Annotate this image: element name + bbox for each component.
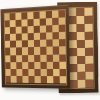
square-r1c8: [68, 7, 76, 15]
square-r10c10: [59, 76, 66, 83]
square-r5c9: [77, 39, 85, 47]
square-r10c10: [85, 79, 93, 87]
square-r4c10: [84, 31, 92, 39]
square-r2c10: [84, 15, 92, 23]
square-r9c8: [69, 71, 77, 79]
square-r8c9: [77, 63, 85, 71]
square-r3c8: [68, 23, 76, 31]
square-r8c10: [85, 63, 93, 71]
square-r7c10: [59, 54, 66, 61]
front-board: [0, 5, 70, 89]
square-r2c9: [76, 15, 84, 23]
square-r4c9: [76, 31, 84, 39]
square-r10c8: [69, 79, 77, 87]
square-r3c10: [84, 23, 92, 31]
product-photo-scene: [0, 0, 100, 100]
square-r1c10: [84, 7, 92, 15]
square-r10c9: [77, 79, 85, 87]
front-board-playfield: [4, 10, 66, 84]
square-r9c9: [77, 71, 85, 79]
square-r5c8: [69, 39, 77, 47]
square-r8c10: [59, 62, 66, 69]
square-r1c9: [76, 7, 84, 15]
square-r6c10: [59, 47, 66, 55]
square-r6c8: [69, 47, 77, 55]
square-r2c8: [68, 15, 76, 23]
square-r9c10: [59, 69, 66, 76]
square-r3c9: [76, 23, 84, 31]
square-r5c10: [84, 39, 92, 47]
square-r6c9: [77, 47, 85, 55]
square-r6c10: [85, 47, 93, 55]
square-r7c8: [69, 55, 77, 63]
square-r4c8: [69, 31, 77, 39]
square-r8c8: [69, 63, 77, 71]
square-r9c10: [85, 71, 93, 79]
square-r7c10: [85, 55, 93, 63]
square-r7c9: [77, 55, 85, 63]
